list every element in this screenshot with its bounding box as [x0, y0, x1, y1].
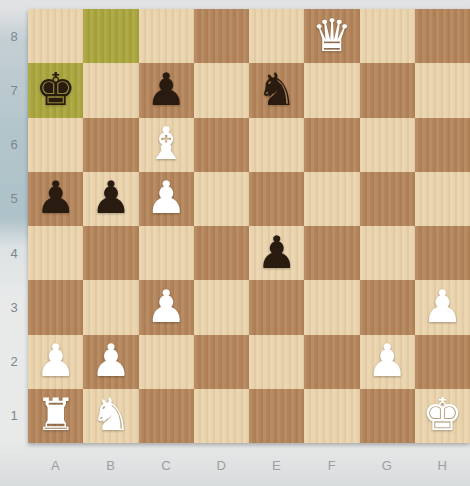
piece-white-bishop[interactable]: ♝ — [146, 121, 186, 166]
square-b7[interactable] — [83, 63, 138, 117]
square-f6[interactable] — [304, 118, 359, 172]
square-f1[interactable] — [304, 389, 359, 443]
square-f4[interactable] — [304, 226, 359, 280]
file-label-d: D — [194, 452, 249, 478]
square-b1[interactable]: ♞ — [83, 389, 138, 443]
square-a7[interactable]: ♚ — [28, 63, 83, 117]
square-e1[interactable] — [249, 389, 304, 443]
square-a2[interactable]: ♟ — [28, 335, 83, 389]
square-h6[interactable] — [415, 118, 470, 172]
piece-white-king[interactable]: ♚ — [422, 392, 462, 437]
rank-labels: 87654321 — [0, 9, 28, 443]
square-d6[interactable] — [194, 118, 249, 172]
piece-white-pawn[interactable]: ♟ — [422, 284, 462, 329]
square-f5[interactable] — [304, 172, 359, 226]
square-c3[interactable]: ♟ — [139, 280, 194, 334]
square-g6[interactable] — [360, 118, 415, 172]
file-label-g: G — [360, 452, 415, 478]
piece-white-queen[interactable]: ♛ — [312, 13, 352, 58]
file-label-e: E — [249, 452, 304, 478]
file-label-c: C — [139, 452, 194, 478]
square-a6[interactable] — [28, 118, 83, 172]
rank-label-7: 7 — [0, 63, 28, 117]
piece-white-knight[interactable]: ♞ — [91, 392, 131, 437]
file-label-f: F — [304, 452, 359, 478]
square-a1[interactable]: ♜ — [28, 389, 83, 443]
square-h3[interactable]: ♟ — [415, 280, 470, 334]
square-d8[interactable] — [194, 9, 249, 63]
square-c8[interactable] — [139, 9, 194, 63]
square-b2[interactable]: ♟ — [83, 335, 138, 389]
piece-black-pawn[interactable]: ♟ — [91, 175, 131, 220]
square-b3[interactable] — [83, 280, 138, 334]
square-a5[interactable]: ♟ — [28, 172, 83, 226]
piece-white-pawn[interactable]: ♟ — [35, 338, 75, 383]
square-d4[interactable] — [194, 226, 249, 280]
square-g3[interactable] — [360, 280, 415, 334]
square-h5[interactable] — [415, 172, 470, 226]
square-g5[interactable] — [360, 172, 415, 226]
piece-black-pawn[interactable]: ♟ — [35, 175, 75, 220]
square-c2[interactable] — [139, 335, 194, 389]
square-e5[interactable] — [249, 172, 304, 226]
rank-label-4: 4 — [0, 226, 28, 280]
square-f8[interactable]: ♛ — [304, 9, 359, 63]
square-e4[interactable]: ♟ — [249, 226, 304, 280]
square-c1[interactable] — [139, 389, 194, 443]
square-g2[interactable]: ♟ — [360, 335, 415, 389]
square-f2[interactable] — [304, 335, 359, 389]
square-e3[interactable] — [249, 280, 304, 334]
square-c4[interactable] — [139, 226, 194, 280]
file-label-a: A — [28, 452, 83, 478]
square-e7[interactable]: ♞ — [249, 63, 304, 117]
square-d7[interactable] — [194, 63, 249, 117]
square-a3[interactable] — [28, 280, 83, 334]
square-d1[interactable] — [194, 389, 249, 443]
square-f3[interactable] — [304, 280, 359, 334]
rank-label-8: 8 — [0, 9, 28, 63]
square-e6[interactable] — [249, 118, 304, 172]
piece-white-pawn[interactable]: ♟ — [146, 175, 186, 220]
square-e2[interactable] — [249, 335, 304, 389]
square-g1[interactable] — [360, 389, 415, 443]
square-h8[interactable] — [415, 9, 470, 63]
piece-white-pawn[interactable]: ♟ — [367, 338, 407, 383]
square-b5[interactable]: ♟ — [83, 172, 138, 226]
file-label-h: H — [415, 452, 470, 478]
square-b6[interactable] — [83, 118, 138, 172]
file-labels: ABCDEFGH — [28, 452, 470, 478]
square-g4[interactable] — [360, 226, 415, 280]
rank-label-5: 5 — [0, 172, 28, 226]
square-b8[interactable] — [83, 9, 138, 63]
square-a8[interactable] — [28, 9, 83, 63]
square-f7[interactable] — [304, 63, 359, 117]
square-c5[interactable]: ♟ — [139, 172, 194, 226]
piece-black-king[interactable]: ♚ — [35, 67, 75, 112]
square-e8[interactable] — [249, 9, 304, 63]
piece-black-pawn[interactable]: ♟ — [146, 67, 186, 112]
square-g7[interactable] — [360, 63, 415, 117]
chess-board: ♛♚♟♞♝♟♟♟♟♟♟♟♟♟♜♞♚ — [28, 9, 470, 443]
piece-white-pawn[interactable]: ♟ — [91, 338, 131, 383]
rank-label-2: 2 — [0, 335, 28, 389]
square-c6[interactable]: ♝ — [139, 118, 194, 172]
square-b4[interactable] — [83, 226, 138, 280]
square-d3[interactable] — [194, 280, 249, 334]
square-h7[interactable] — [415, 63, 470, 117]
rank-label-3: 3 — [0, 280, 28, 334]
square-d5[interactable] — [194, 172, 249, 226]
square-a4[interactable] — [28, 226, 83, 280]
square-h2[interactable] — [415, 335, 470, 389]
rank-label-1: 1 — [0, 389, 28, 443]
square-h4[interactable] — [415, 226, 470, 280]
file-label-b: B — [83, 452, 138, 478]
square-c7[interactable]: ♟ — [139, 63, 194, 117]
rank-label-6: 6 — [0, 118, 28, 172]
piece-white-pawn[interactable]: ♟ — [146, 284, 186, 329]
square-d2[interactable] — [194, 335, 249, 389]
page-background: ♛♚♟♞♝♟♟♟♟♟♟♟♟♟♜♞♚ 87654321 ABCDEFGH — [0, 0, 470, 486]
piece-black-pawn[interactable]: ♟ — [256, 230, 296, 275]
square-g8[interactable] — [360, 9, 415, 63]
piece-white-rook[interactable]: ♜ — [35, 392, 75, 437]
square-h1[interactable]: ♚ — [415, 389, 470, 443]
piece-black-knight[interactable]: ♞ — [256, 67, 296, 112]
